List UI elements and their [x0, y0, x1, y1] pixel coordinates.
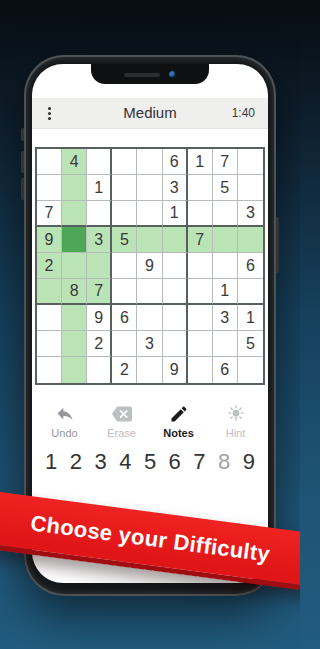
lightbulb-icon: [225, 404, 247, 424]
sudoku-cell-r2c6[interactable]: 3: [163, 175, 188, 201]
sudoku-cell-r9c2[interactable]: [62, 357, 87, 383]
sudoku-cell-r1c3[interactable]: [87, 149, 112, 175]
sudoku-cell-r1c9[interactable]: [238, 149, 263, 175]
sudoku-cell-r9c7[interactable]: [188, 357, 213, 383]
sudoku-cell-r5c9[interactable]: 6: [238, 253, 263, 279]
sudoku-cell-r3c8[interactable]: [213, 201, 238, 227]
numpad-4-button[interactable]: 4: [119, 449, 131, 475]
sudoku-cell-r9c5[interactable]: [137, 357, 162, 383]
sudoku-cell-r7c5[interactable]: [137, 305, 162, 331]
sudoku-cell-r4c1[interactable]: 9: [37, 227, 62, 253]
undo-icon: [54, 404, 76, 424]
sudoku-cell-r2c9[interactable]: [238, 175, 263, 201]
toolbar-hint-button[interactable]: Hint: [215, 404, 257, 439]
sudoku-cell-r7c8[interactable]: 3: [213, 305, 238, 331]
sudoku-cell-r6c4[interactable]: [112, 279, 137, 305]
sudoku-cell-r2c7[interactable]: [188, 175, 213, 201]
sudoku-cell-r5c5[interactable]: 9: [137, 253, 162, 279]
sudoku-cell-r4c4[interactable]: 5: [112, 227, 137, 253]
sudoku-cell-r6c8[interactable]: 1: [213, 279, 238, 305]
sudoku-grid: 461713571393572968719631235296: [35, 147, 265, 385]
app-header: Medium 1:40: [32, 98, 268, 129]
toolbar-erase-button[interactable]: Erase: [101, 404, 143, 439]
sudoku-cell-r8c2[interactable]: [62, 331, 87, 357]
sudoku-cell-r6c2[interactable]: 8: [62, 279, 87, 305]
sudoku-cell-r5c8[interactable]: [213, 253, 238, 279]
sudoku-cell-r5c6[interactable]: [163, 253, 188, 279]
sudoku-cell-r1c8[interactable]: 7: [213, 149, 238, 175]
numpad-5-button[interactable]: 5: [144, 449, 156, 475]
toolbar-undo-button[interactable]: Undo: [44, 404, 86, 439]
sudoku-cell-r4c3[interactable]: 3: [87, 227, 112, 253]
sudoku-cell-r7c9[interactable]: 1: [238, 305, 263, 331]
sudoku-cell-r9c3[interactable]: [87, 357, 112, 383]
sudoku-cell-r8c7[interactable]: [188, 331, 213, 357]
pencil-icon: [168, 404, 190, 424]
sudoku-cell-r8c1[interactable]: [37, 331, 62, 357]
erase-icon: [111, 404, 133, 424]
sudoku-cell-r2c5[interactable]: [137, 175, 162, 201]
notch: [91, 64, 209, 84]
sudoku-cell-r4c9[interactable]: [238, 227, 263, 253]
numpad-9-button[interactable]: 9: [243, 449, 255, 475]
sudoku-cell-r6c9[interactable]: [238, 279, 263, 305]
sudoku-cell-r8c8[interactable]: [213, 331, 238, 357]
sudoku-cell-r3c3[interactable]: [87, 201, 112, 227]
sudoku-cell-r4c6[interactable]: [163, 227, 188, 253]
toolbar-hint-label: Hint: [226, 427, 246, 439]
sudoku-cell-r5c7[interactable]: [188, 253, 213, 279]
sudoku-cell-r9c6[interactable]: 9: [163, 357, 188, 383]
numpad-7-button[interactable]: 7: [193, 449, 205, 475]
toolbar-notes-label: Notes: [163, 427, 194, 439]
sudoku-cell-r3c2[interactable]: [62, 201, 87, 227]
number-pad: 123456789: [32, 446, 268, 478]
sudoku-cell-r4c8[interactable]: [213, 227, 238, 253]
toolbar-undo-label: Undo: [51, 427, 77, 439]
sudoku-cell-r4c7[interactable]: 7: [188, 227, 213, 253]
sudoku-cell-r8c5[interactable]: 3: [137, 331, 162, 357]
sudoku-cell-r7c4[interactable]: 6: [112, 305, 137, 331]
sudoku-cell-r6c3[interactable]: 7: [87, 279, 112, 305]
numpad-3-button[interactable]: 3: [94, 449, 106, 475]
sudoku-cell-r1c1[interactable]: [37, 149, 62, 175]
sudoku-cell-r2c1[interactable]: [37, 175, 62, 201]
front-camera-icon: [169, 71, 176, 78]
speaker-grille-icon: [124, 73, 160, 77]
toolbar: Undo Erase Notes: [32, 399, 268, 443]
app-store-screenshot: { "game": "sudoku", "position": "0400061…: [0, 0, 300, 649]
sudoku-cell-r7c3[interactable]: 9: [87, 305, 112, 331]
sudoku-cell-r1c7[interactable]: 1: [188, 149, 213, 175]
sudoku-cell-r7c7[interactable]: [188, 305, 213, 331]
sudoku-cell-r3c1[interactable]: 7: [37, 201, 62, 227]
numpad-8-button[interactable]: 8: [218, 449, 230, 475]
sudoku-cell-r8c9[interactable]: 5: [238, 331, 263, 357]
sudoku-cell-r8c6[interactable]: [163, 331, 188, 357]
sudoku-cell-r3c6[interactable]: 1: [163, 201, 188, 227]
sudoku-cell-r8c3[interactable]: 2: [87, 331, 112, 357]
sudoku-cell-r5c1[interactable]: 2: [37, 253, 62, 279]
sudoku-cell-r1c6[interactable]: 6: [163, 149, 188, 175]
game-timer: 1:40: [232, 98, 255, 128]
sudoku-cell-r4c5[interactable]: [137, 227, 162, 253]
sudoku-cell-r1c2[interactable]: 4: [62, 149, 87, 175]
toolbar-erase-label: Erase: [107, 427, 136, 439]
sudoku-cell-r9c8[interactable]: 6: [213, 357, 238, 383]
sudoku-cell-r1c4[interactable]: [112, 149, 137, 175]
sudoku-cell-r3c7[interactable]: [188, 201, 213, 227]
sudoku-cell-r9c4[interactable]: 2: [112, 357, 137, 383]
sudoku-cell-r8c4[interactable]: [112, 331, 137, 357]
sudoku-cell-r7c2[interactable]: [62, 305, 87, 331]
sudoku-cell-r5c3[interactable]: [87, 253, 112, 279]
numpad-1-button[interactable]: 1: [45, 449, 57, 475]
sudoku-cell-r3c9[interactable]: 3: [238, 201, 263, 227]
sudoku-cell-r2c2[interactable]: [62, 175, 87, 201]
sudoku-cell-r3c5[interactable]: [137, 201, 162, 227]
sudoku-cell-r1c5[interactable]: [137, 149, 162, 175]
sudoku-cell-r6c7[interactable]: [188, 279, 213, 305]
sudoku-cell-r3c4[interactable]: [112, 201, 137, 227]
sudoku-cell-r7c1[interactable]: [37, 305, 62, 331]
sudoku-cell-r4c2[interactable]: [62, 227, 87, 253]
sudoku-cell-r5c2[interactable]: [62, 253, 87, 279]
sudoku-cell-r2c3[interactable]: 1: [87, 175, 112, 201]
sudoku-cell-r9c1[interactable]: [37, 357, 62, 383]
sudoku-cell-r2c4[interactable]: [112, 175, 137, 201]
sudoku-cell-r9c9[interactable]: [238, 357, 263, 383]
numpad-6-button[interactable]: 6: [169, 449, 181, 475]
sudoku-cell-r2c8[interactable]: 5: [213, 175, 238, 201]
numpad-2-button[interactable]: 2: [70, 449, 82, 475]
sudoku-cell-r6c6[interactable]: [163, 279, 188, 305]
sudoku-cell-r6c1[interactable]: [37, 279, 62, 305]
sudoku-cell-r7c6[interactable]: [163, 305, 188, 331]
sudoku-cell-r6c5[interactable]: [137, 279, 162, 305]
toolbar-notes-button[interactable]: Notes: [158, 404, 200, 439]
sudoku-cell-r5c4[interactable]: [112, 253, 137, 279]
